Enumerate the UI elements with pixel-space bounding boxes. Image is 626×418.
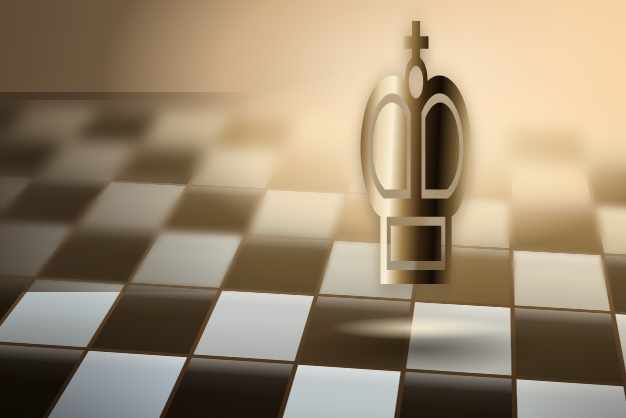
board-square	[224, 236, 331, 294]
board-square	[515, 308, 624, 383]
board-square	[582, 130, 626, 167]
chessboard	[0, 100, 626, 418]
board-square	[588, 165, 626, 208]
board-square	[596, 206, 626, 257]
board-square	[248, 190, 344, 238]
board-square	[516, 379, 626, 418]
photo-stage: ♚ ♚	[0, 0, 626, 418]
board-square	[511, 162, 592, 205]
board-square	[512, 202, 600, 253]
chessboard-perspective	[0, 118, 626, 418]
glass-king-piece: ♚	[341, 0, 491, 350]
board-square	[513, 250, 610, 311]
board-square	[510, 127, 584, 164]
